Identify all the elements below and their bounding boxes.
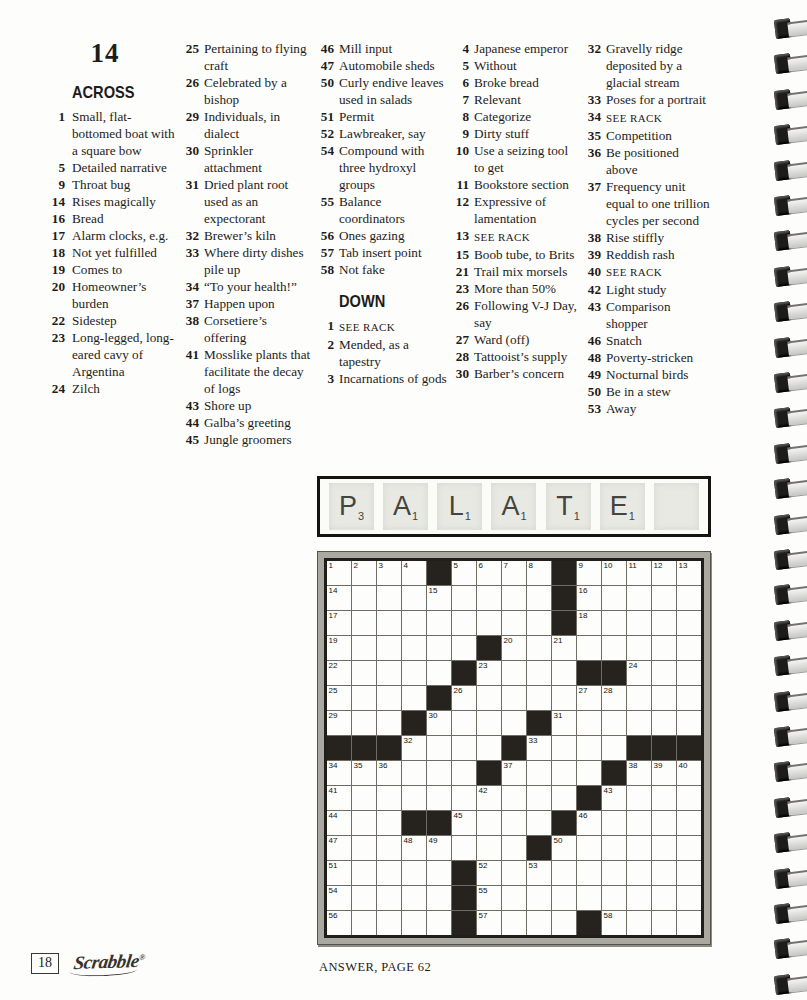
grid-cell[interactable] [352, 661, 376, 685]
grid-cell[interactable] [477, 686, 501, 710]
grid-cell[interactable] [427, 661, 451, 685]
clue-across-43: 43Shore up [183, 397, 311, 414]
grid-cell[interactable] [527, 636, 551, 660]
grid-cell[interactable] [427, 911, 451, 935]
cell-number: 51 [329, 861, 338, 870]
grid-cell[interactable] [577, 761, 601, 785]
grid-cell[interactable] [577, 711, 601, 735]
cell-number: 16 [579, 586, 588, 595]
grid-cell[interactable]: 7 [502, 561, 526, 585]
grid-cell[interactable] [477, 836, 501, 860]
grid-cell[interactable] [402, 861, 426, 885]
grid-cell[interactable]: 53 [527, 861, 551, 885]
grid-cell[interactable] [477, 586, 501, 610]
clue-down-42: 42Light study [582, 281, 713, 298]
grid-cell[interactable] [627, 636, 651, 660]
grid-cell[interactable] [377, 836, 401, 860]
clue-across-20: 20Homeowner’s burden [30, 278, 180, 312]
binding-clip [774, 936, 807, 961]
grid-cell-black [452, 911, 476, 935]
grid-cell[interactable] [402, 911, 426, 935]
clue-number: 1 [317, 317, 339, 336]
grid-cell[interactable] [627, 786, 651, 810]
grid-cell[interactable] [502, 861, 526, 885]
grid-cell[interactable]: 55 [477, 886, 501, 910]
grid-cell[interactable]: 38 [627, 761, 651, 785]
clue-number: 40 [582, 263, 606, 282]
grid-cell[interactable] [377, 636, 401, 660]
clue-text: Poverty-stricken [606, 349, 713, 366]
grid-cell[interactable] [677, 786, 701, 810]
grid-cell[interactable] [352, 711, 376, 735]
grid-cell[interactable] [577, 861, 601, 885]
grid-cell[interactable] [627, 611, 651, 635]
grid-cell[interactable] [577, 886, 601, 910]
grid-cell[interactable] [677, 811, 701, 835]
grid-cell[interactable] [652, 611, 676, 635]
grid-cell[interactable]: 49 [427, 836, 451, 860]
grid-cell[interactable] [652, 686, 676, 710]
clue-down-38: 38Rise stiffly [582, 229, 713, 246]
clue-number: 13 [452, 227, 474, 246]
clue-number: 27 [452, 331, 474, 348]
grid-cell[interactable] [502, 786, 526, 810]
clue-number: 30 [452, 365, 474, 382]
grid-cell[interactable] [652, 636, 676, 660]
grid-cell[interactable]: 30 [427, 711, 451, 735]
grid-cell[interactable]: 20 [502, 636, 526, 660]
clue-down-50: 50Be in a stew [582, 383, 713, 400]
tile-value: 3 [358, 510, 364, 522]
grid-cell[interactable] [602, 611, 626, 635]
clue-number: 16 [30, 210, 72, 227]
grid-cell[interactable] [627, 711, 651, 735]
cell-number: 2 [354, 561, 358, 570]
grid-cell[interactable] [627, 861, 651, 885]
grid-cell[interactable] [377, 886, 401, 910]
grid-cell[interactable]: 9 [577, 561, 601, 585]
grid-cell[interactable] [527, 611, 551, 635]
scrabble-logo-text: Scrabble [72, 950, 140, 973]
grid-cell[interactable] [452, 736, 476, 760]
grid-cell[interactable] [652, 786, 676, 810]
grid-cell[interactable] [427, 786, 451, 810]
grid-cell-black [652, 736, 676, 760]
grid-cell[interactable] [677, 661, 701, 685]
grid-cell[interactable] [602, 886, 626, 910]
grid-cell[interactable] [377, 911, 401, 935]
grid-cell[interactable] [352, 611, 376, 635]
grid-cell[interactable] [352, 811, 376, 835]
grid-cell[interactable]: 33 [527, 736, 551, 760]
cell-number: 37 [504, 761, 513, 770]
grid-cell[interactable] [652, 836, 676, 860]
grid-cell[interactable]: 16 [577, 586, 601, 610]
grid-cell[interactable] [677, 861, 701, 885]
grid-cell[interactable] [502, 886, 526, 910]
grid-cell[interactable] [427, 611, 451, 635]
grid-cell[interactable]: 18 [577, 611, 601, 635]
grid-cell[interactable] [552, 686, 576, 710]
clue-text: Tab insert point [339, 244, 448, 261]
grid-cell[interactable]: 41 [327, 786, 351, 810]
grid-cell[interactable] [527, 661, 551, 685]
grid-cell[interactable] [577, 736, 601, 760]
clue-across-33: 33Where dirty dishes pile up [183, 244, 311, 278]
cell-number: 26 [454, 686, 463, 695]
clue-number: 48 [582, 349, 606, 366]
cell-number: 8 [529, 561, 533, 570]
grid-cell[interactable] [377, 611, 401, 635]
grid-cell[interactable]: 22 [327, 661, 351, 685]
grid-cell[interactable] [402, 886, 426, 910]
clue-across-23: 23Long-legged, long-eared cavy of Argent… [30, 329, 180, 380]
grid-cell-black [502, 736, 526, 760]
grid-cell[interactable]: 25 [327, 686, 351, 710]
grid-cell[interactable] [427, 861, 451, 885]
across-header: ACROSS [72, 83, 165, 103]
grid-cell[interactable] [602, 711, 626, 735]
grid-cell[interactable] [377, 861, 401, 885]
grid-cell[interactable] [402, 686, 426, 710]
grid-cell-black [677, 736, 701, 760]
grid-cell[interactable]: 32 [402, 736, 426, 760]
grid-cell[interactable]: 8 [527, 561, 551, 585]
grid-cell[interactable]: 29 [327, 711, 351, 735]
grid-cell[interactable] [477, 811, 501, 835]
grid-cell[interactable]: 34 [327, 761, 351, 785]
cell-number: 4 [404, 561, 408, 570]
grid-cell[interactable]: 48 [402, 836, 426, 860]
grid-cell[interactable]: 15 [427, 586, 451, 610]
grid-cell[interactable]: 11 [627, 561, 651, 585]
grid-cell[interactable] [677, 611, 701, 635]
grid-cell[interactable]: 47 [327, 836, 351, 860]
grid-cell[interactable] [452, 836, 476, 860]
grid-cell[interactable] [402, 786, 426, 810]
grid-cell[interactable] [577, 836, 601, 860]
grid-cell[interactable] [627, 886, 651, 910]
clue-text: Permit [339, 108, 448, 125]
clue-number: 43 [183, 397, 204, 414]
grid-cell[interactable] [627, 811, 651, 835]
clue-across-30: 30Sprinkler attachment [183, 142, 311, 176]
clue-text: Be in a stew [606, 383, 713, 400]
grid-cell[interactable] [627, 686, 651, 710]
grid-cell[interactable] [352, 586, 376, 610]
grid-cell[interactable]: 42 [477, 786, 501, 810]
grid-cell[interactable]: 10 [602, 561, 626, 585]
grid-cell[interactable] [477, 611, 501, 635]
grid-cell[interactable]: 12 [652, 561, 676, 585]
grid-cell[interactable]: 28 [602, 686, 626, 710]
grid-cell[interactable] [502, 836, 526, 860]
grid-cell[interactable] [477, 736, 501, 760]
grid-cell[interactable] [527, 886, 551, 910]
clue-down-12: 12Expressive of lamentation [452, 193, 581, 227]
grid-cell[interactable] [602, 861, 626, 885]
clue-text: Mended, as a tapestry [339, 336, 448, 370]
clue-down-1: 1SEE RACK [317, 317, 448, 336]
grid-cell[interactable] [552, 786, 576, 810]
grid-cell[interactable] [377, 661, 401, 685]
grid-cell[interactable] [677, 836, 701, 860]
cell-number: 12 [654, 561, 663, 570]
grid-cell[interactable] [352, 836, 376, 860]
tile-letter: L [449, 491, 464, 522]
grid-cell[interactable]: 37 [502, 761, 526, 785]
grid-cell[interactable]: 23 [477, 661, 501, 685]
clue-number: 24 [30, 380, 72, 397]
grid-cell[interactable] [402, 661, 426, 685]
grid-cell[interactable] [627, 836, 651, 860]
grid-cell[interactable] [452, 636, 476, 660]
grid-cell[interactable]: 13 [677, 561, 701, 585]
grid-cell[interactable] [602, 836, 626, 860]
grid-cell[interactable] [477, 711, 501, 735]
grid-cell[interactable] [377, 811, 401, 835]
clue-text: Sprinkler attachment [204, 142, 311, 176]
clue-number: 5 [452, 57, 474, 74]
grid-cell[interactable]: 4 [402, 561, 426, 585]
grid-cell[interactable] [652, 861, 676, 885]
grid-cell[interactable]: 6 [477, 561, 501, 585]
clue-number: 12 [452, 193, 474, 227]
clue-number: 7 [452, 91, 474, 108]
grid-cell-black [602, 761, 626, 785]
puzzle-book-page: 14 ACROSS 1Small, flat-bottomed boat wit… [0, 0, 807, 1000]
grid-cell[interactable] [527, 586, 551, 610]
grid-cell[interactable] [452, 761, 476, 785]
grid-cell[interactable]: 56 [327, 911, 351, 935]
grid-cell[interactable]: 27 [577, 686, 601, 710]
clue-number: 38 [183, 312, 204, 346]
tile-E: E1 [600, 483, 645, 530]
grid-cell[interactable]: 36 [377, 761, 401, 785]
grid-cell[interactable]: 5 [452, 561, 476, 585]
grid-cell[interactable]: 40 [677, 761, 701, 785]
grid-cell[interactable] [527, 911, 551, 935]
binding-clip [774, 759, 807, 784]
grid-cell[interactable] [502, 811, 526, 835]
clue-text: Balance coordinators [339, 193, 448, 227]
grid-cell[interactable] [452, 786, 476, 810]
grid-cell[interactable] [352, 886, 376, 910]
clue-text: Frequency unit equal to one trillion cyc… [606, 178, 713, 229]
grid-cell[interactable]: 21 [552, 636, 576, 660]
grid-cell[interactable]: 31 [552, 711, 576, 735]
clue-text: Curly endive leaves used in salads [339, 74, 448, 108]
grid-cell[interactable]: 19 [327, 636, 351, 660]
grid-cell[interactable]: 3 [377, 561, 401, 585]
clue-number: 22 [30, 312, 72, 329]
grid-cell[interactable] [452, 711, 476, 735]
grid-cell[interactable] [677, 886, 701, 910]
grid-cell[interactable] [677, 711, 701, 735]
clue-number: 43 [582, 298, 606, 332]
clue-across-52: 52Lawbreaker, say [317, 125, 448, 142]
grid-cell[interactable] [577, 636, 601, 660]
grid-cell[interactable] [527, 761, 551, 785]
clue-number: 36 [582, 144, 606, 178]
grid-cell[interactable] [552, 911, 576, 935]
cell-number: 11 [629, 561, 637, 570]
binding-clip [774, 512, 807, 537]
grid-cell[interactable] [502, 686, 526, 710]
clue-number: 26 [183, 74, 204, 108]
grid-cell[interactable] [527, 686, 551, 710]
clue-text: Not yet fulfilled [72, 244, 180, 261]
grid-cell[interactable] [402, 586, 426, 610]
cell-number: 39 [654, 761, 663, 770]
clue-number: 37 [183, 295, 204, 312]
grid-cell[interactable] [527, 786, 551, 810]
clue-number: 54 [317, 142, 339, 193]
grid-cell[interactable] [677, 636, 701, 660]
grid-cell[interactable]: 51 [327, 861, 351, 885]
grid-cell[interactable]: 43 [602, 786, 626, 810]
clue-across-5: 5Detailed narrative [30, 159, 180, 176]
cell-number: 30 [429, 711, 438, 720]
grid-cell[interactable]: 24 [627, 661, 651, 685]
clue-across-56: 56Ones gazing [317, 227, 448, 244]
down-clue-list-1: 1SEE RACK2Mended, as a tapestry3Incarnat… [317, 317, 448, 387]
grid-cell[interactable] [377, 586, 401, 610]
tile-rack: P3A1L1A1T1E1 [317, 476, 711, 537]
cell-number: 35 [354, 761, 363, 770]
clue-down-6: 6Broke bread [452, 74, 581, 91]
grid-cell[interactable]: 2 [352, 561, 376, 585]
binding-clip [774, 582, 807, 607]
grid-cell[interactable] [352, 636, 376, 660]
cell-number: 34 [329, 761, 338, 770]
grid-cell[interactable] [652, 586, 676, 610]
clue-down-49: 49Nocturnal birds [582, 366, 713, 383]
clue-down-10: 10Use a seizing tool to get [452, 142, 581, 176]
binding-clip [774, 653, 807, 678]
clue-number: 53 [582, 400, 606, 417]
grid-cell[interactable] [352, 861, 376, 885]
grid-cell[interactable] [652, 711, 676, 735]
grid-cell-black [552, 561, 576, 585]
grid-cell[interactable] [552, 761, 576, 785]
cell-number: 53 [529, 861, 538, 870]
grid-cell[interactable] [677, 686, 701, 710]
cell-number: 56 [329, 911, 338, 920]
grid-cell[interactable] [377, 686, 401, 710]
grid-cell[interactable] [452, 586, 476, 610]
tile-letter: A [501, 491, 519, 522]
grid-cell[interactable]: 58 [602, 911, 626, 935]
grid-cell[interactable] [627, 911, 651, 935]
grid-cell[interactable] [377, 711, 401, 735]
grid-cell[interactable] [502, 586, 526, 610]
grid-cell[interactable] [402, 636, 426, 660]
grid-cell[interactable] [352, 911, 376, 935]
grid-cell[interactable]: 45 [452, 811, 476, 835]
grid-cell[interactable] [552, 661, 576, 685]
grid-cell[interactable] [677, 911, 701, 935]
grid-cell[interactable] [602, 636, 626, 660]
grid-cell[interactable]: 26 [452, 686, 476, 710]
grid-cell[interactable] [652, 886, 676, 910]
grid-cell[interactable] [552, 886, 576, 910]
clue-down-9: 9Dirty stuff [452, 125, 581, 142]
grid-cell[interactable] [552, 861, 576, 885]
grid-cell[interactable] [402, 611, 426, 635]
grid-cell[interactable] [552, 736, 576, 760]
grid-cell[interactable] [352, 686, 376, 710]
clue-text: Lawbreaker, say [339, 125, 448, 142]
clue-number: 50 [582, 383, 606, 400]
grid-cell[interactable] [652, 911, 676, 935]
clue-text: Away [606, 400, 713, 417]
clue-number: 9 [452, 125, 474, 142]
grid-cell[interactable] [652, 661, 676, 685]
clue-down-3: 3Incarnations of gods [317, 370, 448, 387]
grid-cell[interactable]: 52 [477, 861, 501, 885]
grid-cell[interactable]: 57 [477, 911, 501, 935]
clue-text: Happen upon [204, 295, 311, 312]
grid-cell[interactable]: 46 [577, 811, 601, 835]
binding-clip [774, 830, 807, 855]
grid-cell[interactable] [502, 661, 526, 685]
grid-cell[interactable]: 14 [327, 586, 351, 610]
grid-cell[interactable] [502, 711, 526, 735]
across-clue-list-3: 46Mill input47Automobile sheds50Curly en… [317, 40, 448, 278]
grid-cell[interactable] [652, 811, 676, 835]
grid-cell[interactable] [377, 786, 401, 810]
grid-cell[interactable] [427, 761, 451, 785]
clue-number: 14 [30, 193, 72, 210]
grid-cell[interactable] [627, 586, 651, 610]
grid-cell[interactable] [602, 811, 626, 835]
clue-text: Where dirty dishes pile up [204, 244, 311, 278]
clue-text: Nocturnal birds [606, 366, 713, 383]
grid-cell[interactable] [427, 886, 451, 910]
clue-text: Ones gazing [339, 227, 448, 244]
clue-down-7: 7Relevant [452, 91, 581, 108]
grid-cell[interactable] [352, 786, 376, 810]
grid-cell[interactable]: 17 [327, 611, 351, 635]
cell-number: 22 [329, 661, 338, 670]
clue-number: 18 [30, 244, 72, 261]
cell-number: 45 [454, 811, 463, 820]
grid-cell[interactable]: 39 [652, 761, 676, 785]
clue-down-36: 36Be positioned above [582, 144, 713, 178]
grid-cell[interactable]: 44 [327, 811, 351, 835]
clue-text: Small, flat-bottomed boat with a square … [72, 108, 180, 159]
grid-cell[interactable] [427, 636, 451, 660]
grid-cell[interactable] [527, 811, 551, 835]
grid-cell[interactable] [402, 761, 426, 785]
grid-cell[interactable]: 1 [327, 561, 351, 585]
grid-cell[interactable]: 35 [352, 761, 376, 785]
cell-number: 5 [454, 561, 458, 570]
grid-cell[interactable] [452, 611, 476, 635]
grid-cell[interactable]: 54 [327, 886, 351, 910]
clue-number: 33 [183, 244, 204, 278]
grid-cell[interactable] [502, 911, 526, 935]
grid-cell[interactable] [677, 586, 701, 610]
grid-cell[interactable]: 50 [552, 836, 576, 860]
clue-text: Categorize [474, 108, 581, 125]
grid-cell[interactable] [602, 586, 626, 610]
grid-cell[interactable] [602, 736, 626, 760]
clue-text: SEE RACK [474, 227, 581, 246]
grid-cell[interactable] [502, 611, 526, 635]
grid-cell[interactable] [427, 736, 451, 760]
